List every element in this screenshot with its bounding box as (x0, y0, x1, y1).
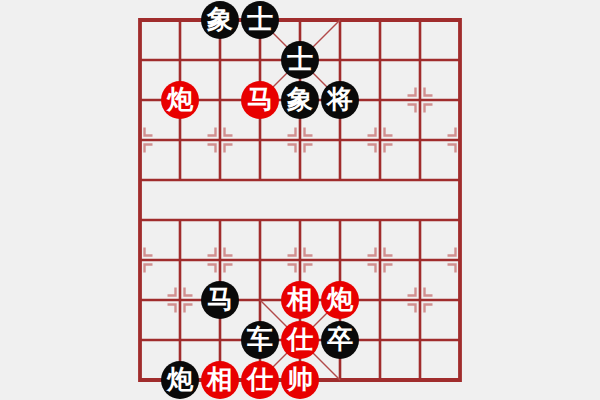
piece-red-elephant[interactable]: 相 (281, 281, 319, 319)
piece-red-general[interactable]: 帅 (281, 361, 319, 399)
piece-black-chariot[interactable]: 车 (241, 321, 279, 359)
piece-black-cannon[interactable]: 炮 (161, 361, 199, 399)
piece-black-elephant[interactable]: 象 (201, 1, 239, 39)
piece-red-advisor[interactable]: 仕 (281, 321, 319, 359)
piece-black-horse[interactable]: 马 (201, 281, 239, 319)
piece-black-elephant[interactable]: 象 (281, 81, 319, 119)
piece-black-advisor[interactable]: 士 (241, 1, 279, 39)
piece-black-pawn[interactable]: 卒 (321, 321, 359, 359)
piece-black-advisor[interactable]: 士 (281, 41, 319, 79)
piece-red-cannon[interactable]: 炮 (161, 81, 199, 119)
piece-red-elephant[interactable]: 相 (201, 361, 239, 399)
piece-layer: 象士士炮马象将马相炮车仕卒炮相仕帅 (120, 0, 480, 400)
piece-red-horse[interactable]: 马 (241, 81, 279, 119)
xiangqi-board: 象士士炮马象将马相炮车仕卒炮相仕帅 (0, 0, 600, 400)
piece-red-advisor[interactable]: 仕 (241, 361, 279, 399)
piece-black-general[interactable]: 将 (321, 81, 359, 119)
piece-red-cannon[interactable]: 炮 (321, 281, 359, 319)
